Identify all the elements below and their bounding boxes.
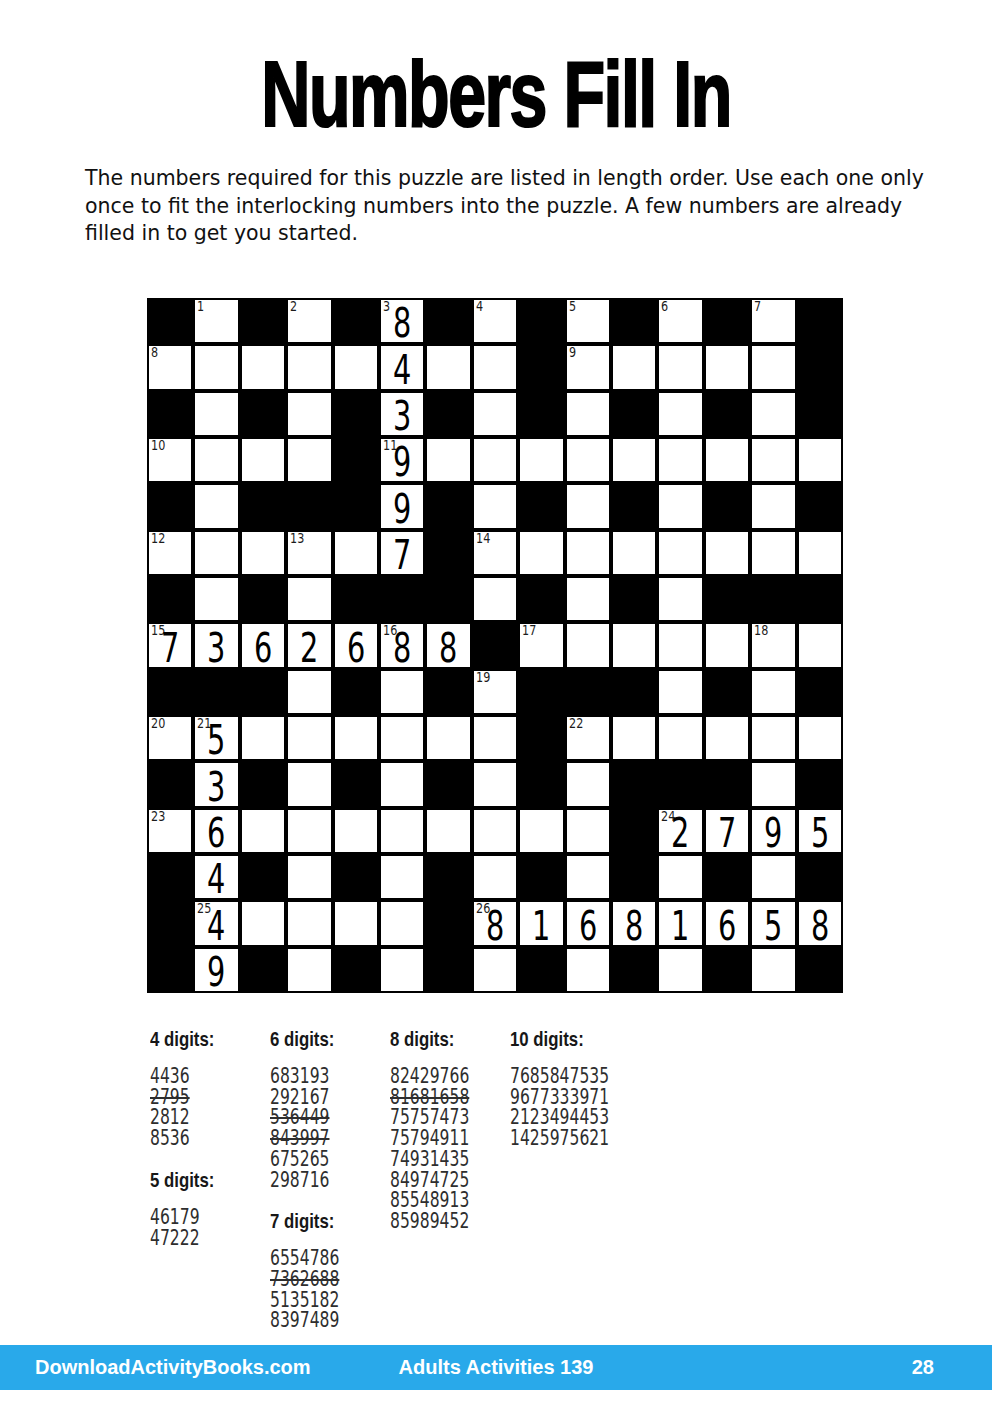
grid-cell-black — [333, 483, 379, 529]
number-list-item: 6554786 — [270, 1248, 348, 1269]
grid-cell[interactable]: 9 — [565, 344, 611, 390]
grid-cell[interactable] — [286, 715, 332, 761]
grid-cell-black — [518, 391, 564, 437]
grid-cell[interactable] — [379, 947, 425, 993]
clue-number: 20 — [151, 716, 165, 731]
grid-cell-black — [704, 947, 750, 993]
number-list-item: 5135182 — [270, 1290, 348, 1311]
given-digit: 8 — [433, 624, 464, 666]
grid-cell[interactable] — [611, 437, 657, 483]
grid-cell[interactable] — [333, 530, 379, 576]
grid-cell[interactable]: 6 — [657, 298, 703, 344]
given-digit: 2 — [665, 810, 696, 852]
grid-cell[interactable]: 215 — [193, 715, 239, 761]
grid-cell[interactable]: 6 — [193, 808, 239, 854]
grid-cell[interactable]: 6 — [704, 900, 750, 946]
given-digit: 6 — [573, 902, 604, 944]
given-digit: 6 — [341, 624, 372, 666]
grid-cell-black — [425, 576, 471, 622]
grid-cell-black — [333, 437, 379, 483]
clue-number: 5 — [569, 299, 576, 314]
number-list-item: 7362688 — [270, 1269, 348, 1290]
grid-cell-black — [240, 576, 286, 622]
grid-cell[interactable]: 19 — [472, 669, 518, 715]
grid-cell[interactable]: 5 — [797, 808, 843, 854]
grid-cell[interactable] — [240, 900, 286, 946]
clue-number: 14 — [476, 531, 490, 546]
footer-site-text: DownloadActivityBooks.com — [35, 1356, 311, 1379]
grid-cell[interactable] — [704, 344, 750, 390]
clue-number: 12 — [151, 531, 165, 546]
grid-cell[interactable] — [286, 947, 332, 993]
grid-cell-black — [240, 947, 286, 993]
grid-cell[interactable] — [750, 483, 796, 529]
grid-cell[interactable] — [193, 344, 239, 390]
grid-cell[interactable] — [797, 530, 843, 576]
grid-cell[interactable] — [333, 715, 379, 761]
grid-cell-black — [333, 391, 379, 437]
grid-cell[interactable] — [286, 669, 332, 715]
grid-cell[interactable] — [193, 483, 239, 529]
list-header: 10 digits: — [510, 1028, 614, 1050]
grid-cell[interactable] — [657, 530, 703, 576]
grid-cell[interactable] — [333, 900, 379, 946]
clue-number: 6 — [661, 299, 668, 314]
grid-cell[interactable]: 2 — [286, 298, 332, 344]
grid-cell-black — [611, 298, 657, 344]
grid-cell[interactable] — [611, 715, 657, 761]
grid-cell[interactable] — [286, 576, 332, 622]
grid-cell[interactable]: 3 — [193, 761, 239, 807]
grid-cell[interactable]: 8 — [425, 622, 471, 668]
grid-cell[interactable] — [750, 391, 796, 437]
grid-cell-black — [611, 854, 657, 900]
grid-cell-black — [518, 947, 564, 993]
grid-cell[interactable] — [425, 715, 471, 761]
number-list-item: 536449 — [270, 1107, 348, 1128]
grid-cell[interactable] — [565, 808, 611, 854]
grid-cell[interactable] — [797, 715, 843, 761]
given-digit: 7 — [712, 810, 743, 852]
grid-cell-black — [797, 576, 843, 622]
grid-cell-black — [379, 576, 425, 622]
grid-cell-black — [193, 669, 239, 715]
clue-number: 2 — [290, 299, 297, 314]
grid-cell[interactable] — [379, 669, 425, 715]
grid-cell-black — [333, 298, 379, 344]
number-list-item: 81681658 — [390, 1087, 478, 1108]
grid-cell[interactable] — [425, 808, 471, 854]
list-header: 7 digits: — [270, 1210, 352, 1232]
grid-cell[interactable] — [240, 344, 286, 390]
given-digit: 9 — [387, 485, 418, 527]
number-list-column: 6 digits:6831932921675364498439976752652… — [270, 1028, 372, 1331]
grid-cell[interactable]: 4 — [472, 298, 518, 344]
given-digit: 5 — [758, 902, 789, 944]
grid-cell-black — [425, 483, 471, 529]
grid-cell[interactable] — [611, 530, 657, 576]
given-digit: 9 — [201, 949, 232, 991]
grid-cell-black — [147, 483, 193, 529]
grid-cell-black — [518, 576, 564, 622]
given-digit: 7 — [387, 532, 418, 574]
grid-cell[interactable] — [565, 483, 611, 529]
grid-cell-black — [704, 854, 750, 900]
number-list-item: 2123494453 — [510, 1107, 609, 1128]
grid-cell-black — [797, 298, 843, 344]
grid-cell-black — [425, 854, 471, 900]
grid-cell[interactable]: 268 — [472, 900, 518, 946]
grid-cell[interactable] — [286, 854, 332, 900]
grid-cell[interactable]: 1 — [193, 298, 239, 344]
number-list-column: 8 digits:8242976681681658757574737579491… — [390, 1028, 505, 1232]
grid-cell[interactable]: 9 — [193, 947, 239, 993]
grid-cell[interactable] — [518, 530, 564, 576]
number-list-item: 85989452 — [390, 1211, 478, 1232]
grid-cell[interactable] — [797, 437, 843, 483]
grid-cell[interactable]: 14 — [472, 530, 518, 576]
grid-cell[interactable] — [657, 344, 703, 390]
grid-cell[interactable]: 1 — [518, 900, 564, 946]
grid-cell[interactable]: 38 — [379, 298, 425, 344]
grid-cell[interactable]: 3 — [193, 622, 239, 668]
clue-number: 1 — [197, 299, 204, 314]
grid-cell[interactable] — [750, 715, 796, 761]
grid-cell[interactable] — [472, 576, 518, 622]
grid-cell-black — [657, 761, 703, 807]
grid-cell[interactable] — [657, 854, 703, 900]
grid-cell[interactable]: 9 — [750, 808, 796, 854]
grid-cell[interactable]: 119 — [379, 437, 425, 483]
puzzle-grid: 1238456784931011991213714157362616881718… — [147, 298, 843, 993]
grid-cell[interactable] — [472, 808, 518, 854]
grid-cell[interactable]: 7 — [704, 808, 750, 854]
grid-cell[interactable]: 6 — [240, 622, 286, 668]
given-digit: 1 — [665, 902, 696, 944]
number-list-item: 46179 — [150, 1207, 211, 1228]
given-digit: 8 — [480, 902, 511, 944]
number-list-item: 4436 — [150, 1066, 211, 1087]
grid-cell-black — [333, 854, 379, 900]
grid-cell-black — [704, 298, 750, 344]
grid-cell-black — [425, 761, 471, 807]
grid-cell[interactable]: 12 — [147, 530, 193, 576]
grid-cell-black — [425, 298, 471, 344]
given-digit: 9 — [758, 810, 789, 852]
grid-cell[interactable] — [379, 808, 425, 854]
grid-cell[interactable] — [565, 437, 611, 483]
grid-cell[interactable] — [286, 437, 332, 483]
grid-cell[interactable]: 18 — [750, 622, 796, 668]
grid-cell[interactable]: 7 — [379, 530, 425, 576]
number-list-item: 82429766 — [390, 1066, 478, 1087]
grid-cell[interactable]: 20 — [147, 715, 193, 761]
grid-cell[interactable] — [704, 622, 750, 668]
grid-cell-black — [797, 483, 843, 529]
grid-cell-black — [147, 391, 193, 437]
grid-cell-black — [518, 344, 564, 390]
grid-cell[interactable] — [425, 344, 471, 390]
grid-cell[interactable]: 9 — [379, 483, 425, 529]
grid-cell[interactable] — [750, 344, 796, 390]
grid-cell[interactable] — [379, 854, 425, 900]
number-list-item: 85548913 — [390, 1190, 478, 1211]
grid-cell[interactable] — [750, 437, 796, 483]
grid-cell[interactable]: 23 — [147, 808, 193, 854]
list-header: 8 digits: — [390, 1028, 482, 1050]
grid-cell[interactable] — [472, 761, 518, 807]
grid-cell[interactable] — [657, 715, 703, 761]
grid-cell[interactable] — [750, 947, 796, 993]
grid-cell-black — [240, 298, 286, 344]
grid-cell-black — [472, 622, 518, 668]
number-list-item: 8536 — [150, 1128, 211, 1149]
instructions-line: once to fit the interlocking numbers int… — [85, 193, 924, 221]
grid-cell[interactable] — [286, 808, 332, 854]
grid-cell[interactable] — [797, 622, 843, 668]
grid-cell[interactable]: 1 — [657, 900, 703, 946]
grid-cell[interactable] — [611, 344, 657, 390]
given-digit: 7 — [155, 624, 186, 666]
given-digit: 6 — [201, 810, 232, 852]
grid-cell-black — [797, 344, 843, 390]
grid-cell[interactable] — [611, 622, 657, 668]
number-list-item: 1425975621 — [510, 1128, 609, 1149]
grid-cell-black — [797, 947, 843, 993]
grid-cell-black — [611, 761, 657, 807]
grid-cell-black — [704, 483, 750, 529]
grid-cell[interactable]: 3 — [379, 391, 425, 437]
grid-cell[interactable] — [425, 437, 471, 483]
list-header: 4 digits: — [150, 1028, 214, 1050]
grid-cell[interactable]: 168 — [379, 622, 425, 668]
grid-cell[interactable] — [472, 483, 518, 529]
instructions-line: filled in to get you started. — [85, 220, 924, 248]
grid-cell[interactable] — [193, 391, 239, 437]
clue-number: 4 — [476, 299, 483, 314]
grid-cell-black — [518, 483, 564, 529]
page-title: Numbers Fill In — [129, 46, 863, 142]
number-list-item: 675265 — [270, 1149, 348, 1170]
grid-cell-black — [704, 669, 750, 715]
number-list-item: 75757473 — [390, 1107, 478, 1128]
grid-cell[interactable] — [472, 437, 518, 483]
grid-cell-black — [333, 576, 379, 622]
grid-cell-black — [333, 947, 379, 993]
number-list-item: 2812 — [150, 1107, 211, 1128]
grid-cell[interactable] — [193, 437, 239, 483]
given-digit: 4 — [201, 902, 232, 944]
grid-cell[interactable] — [750, 761, 796, 807]
clue-number: 17 — [522, 623, 536, 638]
grid-cell[interactable] — [565, 576, 611, 622]
grid-cell-black — [240, 391, 286, 437]
grid-cell[interactable]: 4 — [193, 854, 239, 900]
grid-cell-black — [147, 761, 193, 807]
given-digit: 5 — [201, 717, 232, 759]
grid-cell[interactable] — [286, 344, 332, 390]
grid-cell[interactable]: 5 — [750, 900, 796, 946]
grid-cell[interactable] — [333, 808, 379, 854]
grid-cell-black — [240, 669, 286, 715]
number-list-item: 683193 — [270, 1066, 348, 1087]
grid-cell[interactable]: 157 — [147, 622, 193, 668]
grid-cell[interactable] — [657, 437, 703, 483]
grid-cell-black — [518, 669, 564, 715]
given-digit: 6 — [712, 902, 743, 944]
grid-cell-black — [425, 391, 471, 437]
grid-cell-black — [797, 669, 843, 715]
clue-number: 9 — [569, 345, 576, 360]
instructions-line: The numbers required for this puzzle are… — [85, 165, 924, 193]
given-digit: 9 — [387, 439, 418, 481]
grid-cell-black — [518, 715, 564, 761]
grid-cell-black — [147, 947, 193, 993]
grid-cell-black — [286, 483, 332, 529]
given-digit: 8 — [387, 300, 418, 342]
grid-cell-black — [240, 854, 286, 900]
grid-cell-black — [333, 669, 379, 715]
grid-cell-black — [147, 576, 193, 622]
given-digit: 4 — [201, 856, 232, 898]
grid-cell[interactable] — [379, 715, 425, 761]
grid-cell[interactable] — [565, 761, 611, 807]
grid-cell[interactable] — [472, 344, 518, 390]
given-digit: 8 — [619, 902, 650, 944]
grid-cell[interactable] — [565, 622, 611, 668]
number-list-item: 843997 — [270, 1128, 348, 1149]
grid-cell[interactable] — [518, 437, 564, 483]
grid-cell[interactable] — [565, 530, 611, 576]
grid-cell-black — [333, 761, 379, 807]
grid-cell-black — [611, 669, 657, 715]
grid-cell-black — [147, 854, 193, 900]
number-list-item: 9677333971 — [510, 1087, 609, 1108]
clue-number: 22 — [569, 716, 583, 731]
grid-cell[interactable]: 7 — [750, 298, 796, 344]
grid-cell-black — [147, 669, 193, 715]
grid-cell-black — [425, 669, 471, 715]
grid-cell[interactable] — [472, 715, 518, 761]
clue-number: 19 — [476, 670, 490, 685]
grid-cell[interactable]: 22 — [565, 715, 611, 761]
grid-cell[interactable] — [704, 437, 750, 483]
grid-cell[interactable] — [657, 483, 703, 529]
grid-cell[interactable]: 6 — [565, 900, 611, 946]
clue-number: 7 — [754, 299, 761, 314]
grid-cell-black — [797, 854, 843, 900]
instructions: The numbers required for this puzzle are… — [85, 165, 924, 248]
grid-cell[interactable]: 4 — [379, 344, 425, 390]
given-digit: 1 — [526, 902, 557, 944]
grid-cell[interactable] — [193, 530, 239, 576]
grid-cell[interactable] — [657, 622, 703, 668]
grid-cell[interactable] — [518, 808, 564, 854]
grid-cell[interactable]: 17 — [518, 622, 564, 668]
grid-cell[interactable] — [286, 391, 332, 437]
grid-cell[interactable] — [286, 900, 332, 946]
grid-cell[interactable] — [379, 900, 425, 946]
grid-cell[interactable] — [565, 391, 611, 437]
grid-cell-black — [518, 761, 564, 807]
grid-cell-black — [797, 761, 843, 807]
grid-cell[interactable] — [379, 761, 425, 807]
grid-cell[interactable] — [472, 854, 518, 900]
grid-cell-black — [565, 669, 611, 715]
grid-cell[interactable] — [657, 391, 703, 437]
clue-number: 23 — [151, 809, 165, 824]
grid-cell[interactable] — [657, 576, 703, 622]
grid-cell[interactable] — [565, 947, 611, 993]
grid-cell-black — [611, 947, 657, 993]
grid-cell-black — [518, 298, 564, 344]
grid-cell-black — [611, 808, 657, 854]
grid-cell[interactable] — [704, 715, 750, 761]
grid-cell[interactable]: 8 — [797, 900, 843, 946]
list-header: 6 digits: — [270, 1028, 352, 1050]
grid-cell[interactable] — [472, 947, 518, 993]
grid-cell[interactable] — [333, 344, 379, 390]
grid-cell-black — [750, 576, 796, 622]
number-list-item: 292167 — [270, 1087, 348, 1108]
grid-cell[interactable]: 5 — [565, 298, 611, 344]
number-list-item: 75794911 — [390, 1128, 478, 1149]
grid-cell[interactable] — [286, 761, 332, 807]
grid-cell[interactable] — [240, 530, 286, 576]
grid-cell-black — [425, 900, 471, 946]
grid-cell-black — [518, 854, 564, 900]
given-digit: 5 — [805, 810, 836, 852]
grid-cell[interactable]: 8 — [611, 900, 657, 946]
grid-cell[interactable] — [193, 576, 239, 622]
grid-cell-black — [611, 576, 657, 622]
grid-cell-black — [797, 391, 843, 437]
grid-cell-black — [611, 391, 657, 437]
number-list-item: 8397489 — [270, 1310, 348, 1331]
given-digit: 2 — [294, 624, 325, 666]
grid-cell[interactable]: 254 — [193, 900, 239, 946]
grid-cell-black — [611, 483, 657, 529]
number-list-item: 84974725 — [390, 1170, 478, 1191]
grid-cell[interactable] — [240, 808, 286, 854]
given-digit: 8 — [387, 624, 418, 666]
grid-cell[interactable]: 242 — [657, 808, 703, 854]
footer-book-title: Adults Activities 139 — [399, 1356, 594, 1379]
grid-cell[interactable]: 13 — [286, 530, 332, 576]
grid-cell[interactable] — [657, 947, 703, 993]
clue-number: 13 — [290, 531, 304, 546]
grid-cell[interactable] — [750, 530, 796, 576]
grid-cell[interactable]: 2 — [286, 622, 332, 668]
grid-cell-black — [704, 576, 750, 622]
grid-cell[interactable] — [472, 391, 518, 437]
grid-cell[interactable] — [240, 715, 286, 761]
grid-cell[interactable]: 10 — [147, 437, 193, 483]
given-digit: 8 — [805, 902, 836, 944]
grid-cell-black — [425, 530, 471, 576]
grid-cell[interactable]: 6 — [333, 622, 379, 668]
number-list-column: 10 digits:768584753596773339712123494453… — [510, 1028, 640, 1149]
grid-cell[interactable] — [657, 669, 703, 715]
grid-cell[interactable] — [750, 854, 796, 900]
list-header: 5 digits: — [150, 1169, 214, 1191]
given-digit: 3 — [201, 624, 232, 666]
grid-cell[interactable] — [704, 530, 750, 576]
grid-cell[interactable] — [240, 437, 286, 483]
grid-cell[interactable] — [750, 669, 796, 715]
grid-cell[interactable] — [565, 854, 611, 900]
grid-cell[interactable]: 8 — [147, 344, 193, 390]
